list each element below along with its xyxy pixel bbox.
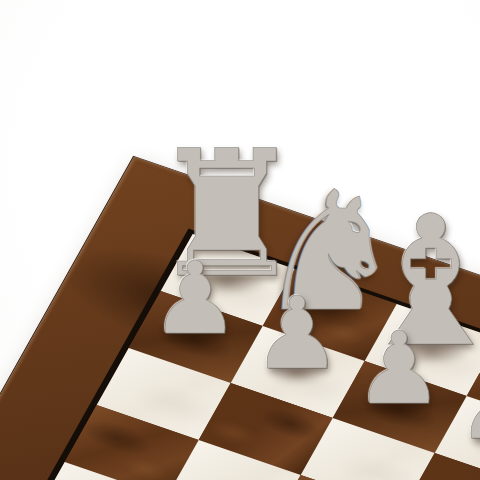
piece-pawn-d7: ♟ [456, 354, 480, 454]
piece-pawn-b7: ♟ [252, 284, 342, 384]
product-photo-stage: ♜♞♝♟♟♟♟ [0, 0, 480, 480]
piece-pawn-c7: ♟ [354, 319, 444, 419]
piece-pawn-a7: ♟ [150, 249, 240, 349]
